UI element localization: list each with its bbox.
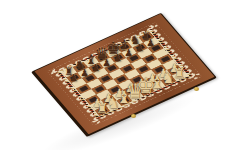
brass-hinge-icon — [194, 87, 199, 91]
piece-dark-pawn: ♟ — [69, 72, 78, 82]
piece-dark-pawn: ♟ — [124, 47, 133, 57]
piece-white-rook: ♜ — [173, 67, 185, 80]
board-outer-wood-border — [34, 14, 214, 134]
chess-set-photo: ♜♞♝♛♚♝♞♜♟♟♟♟♟♟♟♟♟♟♟♟♟♟♟♟♜♞♝♛♚♝♞♜ — [0, 0, 240, 150]
piece-dark-pawn: ♟ — [91, 62, 100, 72]
piece-dark-pawn: ♟ — [146, 37, 155, 47]
piece-dark-pawn: ♟ — [113, 52, 122, 62]
brass-hinge-icon — [131, 114, 136, 118]
piece-dark-pawn: ♟ — [135, 42, 144, 52]
piece-dark-pawn: ♟ — [80, 67, 89, 77]
chess-board — [31, 13, 217, 137]
piece-dark-pawn: ♟ — [102, 57, 111, 67]
